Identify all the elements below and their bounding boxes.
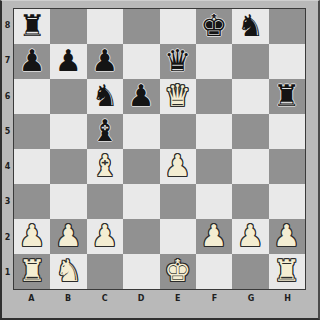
square-e4[interactable]: ♟ <box>160 149 196 184</box>
square-b1[interactable]: ♞ <box>50 254 86 289</box>
square-g6[interactable] <box>232 79 268 114</box>
square-a1[interactable]: ♜ <box>14 254 50 289</box>
square-b8[interactable] <box>50 9 86 44</box>
black-knight-icon: ♞ <box>91 81 118 111</box>
black-bishop-icon: ♝ <box>91 116 118 146</box>
white-pawn-icon: ♟ <box>91 221 118 251</box>
square-f5[interactable] <box>196 114 232 149</box>
white-pawn-icon: ♟ <box>19 221 46 251</box>
square-g3[interactable] <box>232 184 268 219</box>
rank-label-4: 4 <box>2 149 13 184</box>
square-a7[interactable]: ♟ <box>14 44 50 79</box>
white-knight-icon: ♞ <box>55 256 82 286</box>
file-label-e: E <box>160 294 197 316</box>
black-pawn-icon: ♟ <box>91 46 118 76</box>
square-b6[interactable] <box>50 79 86 114</box>
black-knight-icon: ♞ <box>237 11 264 41</box>
square-f1[interactable] <box>196 254 232 289</box>
square-h7[interactable] <box>269 44 305 79</box>
square-d3[interactable] <box>123 184 159 219</box>
black-pawn-icon: ♟ <box>128 81 155 111</box>
white-pawn-icon: ♟ <box>55 221 82 251</box>
square-b3[interactable] <box>50 184 86 219</box>
black-pawn-icon: ♟ <box>19 46 46 76</box>
square-c6[interactable]: ♞ <box>87 79 123 114</box>
square-h6[interactable]: ♜ <box>269 79 305 114</box>
rank-label-1: 1 <box>2 255 13 290</box>
square-d4[interactable] <box>123 149 159 184</box>
square-e2[interactable] <box>160 219 196 254</box>
rank-label-2: 2 <box>2 220 13 255</box>
square-b7[interactable]: ♟ <box>50 44 86 79</box>
square-f7[interactable] <box>196 44 232 79</box>
square-d6[interactable]: ♟ <box>123 79 159 114</box>
white-rook-icon: ♜ <box>19 256 46 286</box>
square-b5[interactable] <box>50 114 86 149</box>
square-c3[interactable] <box>87 184 123 219</box>
white-king-icon: ♚ <box>164 256 191 286</box>
square-f6[interactable] <box>196 79 232 114</box>
square-d7[interactable] <box>123 44 159 79</box>
white-pawn-icon: ♟ <box>237 221 264 251</box>
square-g2[interactable]: ♟ <box>232 219 268 254</box>
black-queen-icon: ♛ <box>164 46 191 76</box>
square-e5[interactable] <box>160 114 196 149</box>
square-e8[interactable] <box>160 9 196 44</box>
square-c1[interactable] <box>87 254 123 289</box>
square-h4[interactable] <box>269 149 305 184</box>
black-pawn-icon: ♟ <box>55 46 82 76</box>
square-g5[interactable] <box>232 114 268 149</box>
rank-label-7: 7 <box>2 43 13 78</box>
rank-label-5: 5 <box>2 114 13 149</box>
square-e7[interactable]: ♛ <box>160 44 196 79</box>
white-pawn-icon: ♟ <box>164 151 191 181</box>
white-rook-icon: ♜ <box>273 256 300 286</box>
square-e1[interactable]: ♚ <box>160 254 196 289</box>
black-king-icon: ♚ <box>201 11 228 41</box>
square-g1[interactable] <box>232 254 268 289</box>
file-label-b: B <box>50 294 87 316</box>
black-rook-icon: ♜ <box>19 11 46 41</box>
square-a5[interactable] <box>14 114 50 149</box>
square-g4[interactable] <box>232 149 268 184</box>
file-label-d: D <box>123 294 160 316</box>
rank-label-6: 6 <box>2 79 13 114</box>
square-a2[interactable]: ♟ <box>14 219 50 254</box>
square-e3[interactable] <box>160 184 196 219</box>
white-pawn-icon: ♟ <box>273 221 300 251</box>
square-d5[interactable] <box>123 114 159 149</box>
square-h5[interactable] <box>269 114 305 149</box>
square-d2[interactable] <box>123 219 159 254</box>
square-b2[interactable]: ♟ <box>50 219 86 254</box>
square-g7[interactable] <box>232 44 268 79</box>
white-bishop-icon: ♝ <box>91 151 118 181</box>
file-labels: ABCDEFGH <box>13 290 306 316</box>
square-f4[interactable] <box>196 149 232 184</box>
chess-diagram: 87654321 ♜♚♞♟♟♟♛♞♟♛♜♝♝♟♟♟♟♟♟♟♜♞♚♜ ABCDEF… <box>0 0 320 320</box>
white-pawn-icon: ♟ <box>201 221 228 251</box>
rank-label-8: 8 <box>2 8 13 43</box>
file-label-g: G <box>233 294 270 316</box>
square-c7[interactable]: ♟ <box>87 44 123 79</box>
square-a4[interactable] <box>14 149 50 184</box>
file-label-c: C <box>86 294 123 316</box>
square-a6[interactable] <box>14 79 50 114</box>
black-rook-icon: ♜ <box>273 81 300 111</box>
square-h8[interactable] <box>269 9 305 44</box>
square-d1[interactable] <box>123 254 159 289</box>
square-g8[interactable]: ♞ <box>232 9 268 44</box>
square-c8[interactable] <box>87 9 123 44</box>
square-b4[interactable] <box>50 149 86 184</box>
file-label-f: F <box>196 294 233 316</box>
square-e6[interactable]: ♛ <box>160 79 196 114</box>
square-c2[interactable]: ♟ <box>87 219 123 254</box>
white-queen-icon: ♛ <box>164 81 191 111</box>
square-f3[interactable] <box>196 184 232 219</box>
square-a3[interactable] <box>14 184 50 219</box>
rank-label-3: 3 <box>2 184 13 219</box>
board: ♜♚♞♟♟♟♛♞♟♛♜♝♝♟♟♟♟♟♟♟♜♞♚♜ <box>13 8 306 290</box>
square-f8[interactable]: ♚ <box>196 9 232 44</box>
rank-labels: 87654321 <box>2 8 13 290</box>
square-h2[interactable]: ♟ <box>269 219 305 254</box>
square-c4[interactable]: ♝ <box>87 149 123 184</box>
file-label-h: H <box>269 294 306 316</box>
square-h1[interactable]: ♜ <box>269 254 305 289</box>
square-f2[interactable]: ♟ <box>196 219 232 254</box>
square-c5[interactable]: ♝ <box>87 114 123 149</box>
square-h3[interactable] <box>269 184 305 219</box>
square-d8[interactable] <box>123 9 159 44</box>
square-a8[interactable]: ♜ <box>14 9 50 44</box>
file-label-a: A <box>13 294 50 316</box>
